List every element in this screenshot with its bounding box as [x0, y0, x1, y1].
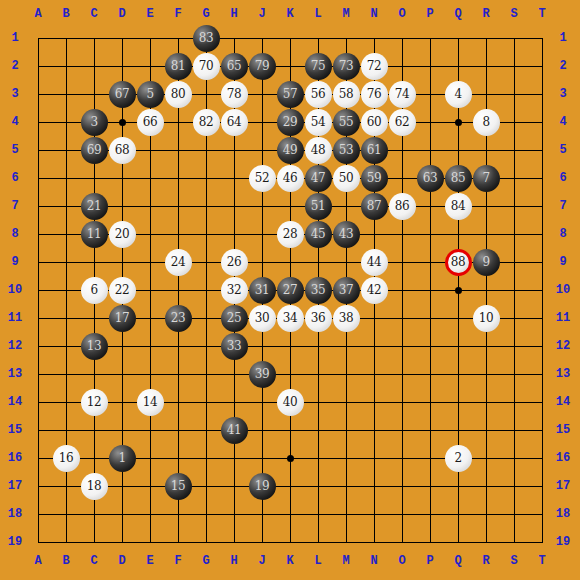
intersection-f11[interactable]: 23 [164, 304, 192, 332]
stone-white-g4-move-82[interactable]: 82 [193, 109, 220, 136]
intersection-o8[interactable] [388, 220, 416, 248]
intersection-p15[interactable] [416, 416, 444, 444]
stone-black-n5-move-61[interactable]: 61 [361, 137, 388, 164]
intersection-k3[interactable]: 57 [276, 80, 304, 108]
intersection-m14[interactable] [332, 388, 360, 416]
intersection-q8[interactable] [444, 220, 472, 248]
intersection-r15[interactable] [472, 416, 500, 444]
intersection-a18[interactable] [24, 500, 52, 528]
intersection-g5[interactable] [192, 136, 220, 164]
intersection-k4[interactable]: 29 [276, 108, 304, 136]
intersection-h10[interactable]: 32 [220, 276, 248, 304]
intersection-q6[interactable]: 85 [444, 164, 472, 192]
intersection-p1[interactable] [416, 24, 444, 52]
intersection-g10[interactable] [192, 276, 220, 304]
intersection-c7[interactable]: 21 [80, 192, 108, 220]
intersection-h4[interactable]: 64 [220, 108, 248, 136]
intersection-k15[interactable] [276, 416, 304, 444]
intersection-q4[interactable] [444, 108, 472, 136]
intersection-l6[interactable]: 47 [304, 164, 332, 192]
intersection-t18[interactable] [528, 500, 556, 528]
intersection-t19[interactable] [528, 528, 556, 556]
intersection-g14[interactable] [192, 388, 220, 416]
intersection-n15[interactable] [360, 416, 388, 444]
stone-black-l8-move-45[interactable]: 45 [305, 221, 332, 248]
intersection-e14[interactable]: 14 [136, 388, 164, 416]
intersection-a15[interactable] [24, 416, 52, 444]
intersection-d19[interactable] [108, 528, 136, 556]
intersection-b18[interactable] [52, 500, 80, 528]
stone-black-n7-move-87[interactable]: 87 [361, 193, 388, 220]
intersection-k6[interactable]: 46 [276, 164, 304, 192]
stone-black-j2-move-79[interactable]: 79 [249, 53, 276, 80]
intersection-c16[interactable] [80, 444, 108, 472]
intersection-o14[interactable] [388, 388, 416, 416]
stone-white-n10-move-42[interactable]: 42 [361, 277, 388, 304]
intersection-j19[interactable] [248, 528, 276, 556]
intersection-t3[interactable] [528, 80, 556, 108]
intersection-o16[interactable] [388, 444, 416, 472]
intersection-h8[interactable] [220, 220, 248, 248]
intersection-a1[interactable] [24, 24, 52, 52]
intersection-n12[interactable] [360, 332, 388, 360]
intersection-b12[interactable] [52, 332, 80, 360]
intersection-b14[interactable] [52, 388, 80, 416]
intersection-c18[interactable] [80, 500, 108, 528]
intersection-l2[interactable]: 75 [304, 52, 332, 80]
intersection-d13[interactable] [108, 360, 136, 388]
intersection-a7[interactable] [24, 192, 52, 220]
intersection-q17[interactable] [444, 472, 472, 500]
intersection-q9[interactable]: 88 [444, 248, 472, 276]
stone-white-j6-move-52[interactable]: 52 [249, 165, 276, 192]
stone-black-f11-move-23[interactable]: 23 [165, 305, 192, 332]
intersection-n16[interactable] [360, 444, 388, 472]
intersection-q12[interactable] [444, 332, 472, 360]
intersection-n13[interactable] [360, 360, 388, 388]
intersection-j2[interactable]: 79 [248, 52, 276, 80]
stone-black-c12-move-13[interactable]: 13 [81, 333, 108, 360]
stone-white-m3-move-58[interactable]: 58 [333, 81, 360, 108]
intersection-d8[interactable]: 20 [108, 220, 136, 248]
intersection-e9[interactable] [136, 248, 164, 276]
intersection-m17[interactable] [332, 472, 360, 500]
intersection-e18[interactable] [136, 500, 164, 528]
intersection-m15[interactable] [332, 416, 360, 444]
intersection-f18[interactable] [164, 500, 192, 528]
stone-white-g2-move-70[interactable]: 70 [193, 53, 220, 80]
stone-white-f9-move-24[interactable]: 24 [165, 249, 192, 276]
intersection-t10[interactable] [528, 276, 556, 304]
intersection-g3[interactable] [192, 80, 220, 108]
intersection-d18[interactable] [108, 500, 136, 528]
stone-white-d10-move-22[interactable]: 22 [109, 277, 136, 304]
intersection-s12[interactable] [500, 332, 528, 360]
intersection-q13[interactable] [444, 360, 472, 388]
stone-black-l2-move-75[interactable]: 75 [305, 53, 332, 80]
intersection-h11[interactable]: 25 [220, 304, 248, 332]
intersection-t12[interactable] [528, 332, 556, 360]
intersection-f3[interactable]: 80 [164, 80, 192, 108]
intersection-c4[interactable]: 3 [80, 108, 108, 136]
intersection-d2[interactable] [108, 52, 136, 80]
intersection-c13[interactable] [80, 360, 108, 388]
stone-white-q9-move-88[interactable]: 88 [445, 249, 472, 276]
intersection-l5[interactable]: 48 [304, 136, 332, 164]
intersection-a3[interactable] [24, 80, 52, 108]
intersection-f15[interactable] [164, 416, 192, 444]
stone-black-h2-move-65[interactable]: 65 [221, 53, 248, 80]
intersection-t1[interactable] [528, 24, 556, 52]
intersection-q16[interactable]: 2 [444, 444, 472, 472]
intersection-b16[interactable]: 16 [52, 444, 80, 472]
intersection-c11[interactable] [80, 304, 108, 332]
stone-white-o7-move-86[interactable]: 86 [389, 193, 416, 220]
intersection-b2[interactable] [52, 52, 80, 80]
intersection-r7[interactable] [472, 192, 500, 220]
intersection-r11[interactable]: 10 [472, 304, 500, 332]
intersection-e11[interactable] [136, 304, 164, 332]
intersection-d17[interactable] [108, 472, 136, 500]
intersection-e17[interactable] [136, 472, 164, 500]
intersection-h7[interactable] [220, 192, 248, 220]
intersection-b7[interactable] [52, 192, 80, 220]
stone-black-j13-move-39[interactable]: 39 [249, 361, 276, 388]
stone-white-h4-move-64[interactable]: 64 [221, 109, 248, 136]
stone-white-c17-move-18[interactable]: 18 [81, 473, 108, 500]
intersection-b17[interactable] [52, 472, 80, 500]
intersection-j15[interactable] [248, 416, 276, 444]
intersection-r13[interactable] [472, 360, 500, 388]
intersection-n8[interactable] [360, 220, 388, 248]
intersection-j12[interactable] [248, 332, 276, 360]
stone-black-k10-move-27[interactable]: 27 [277, 277, 304, 304]
intersection-g6[interactable] [192, 164, 220, 192]
intersection-d11[interactable]: 17 [108, 304, 136, 332]
stone-white-d8-move-20[interactable]: 20 [109, 221, 136, 248]
intersection-f9[interactable]: 24 [164, 248, 192, 276]
intersection-d6[interactable] [108, 164, 136, 192]
intersection-a9[interactable] [24, 248, 52, 276]
intersection-n3[interactable]: 76 [360, 80, 388, 108]
intersection-g13[interactable] [192, 360, 220, 388]
intersection-g19[interactable] [192, 528, 220, 556]
intersection-g2[interactable]: 70 [192, 52, 220, 80]
intersection-c1[interactable] [80, 24, 108, 52]
intersection-g18[interactable] [192, 500, 220, 528]
intersection-f6[interactable] [164, 164, 192, 192]
intersection-r9[interactable]: 9 [472, 248, 500, 276]
intersection-h19[interactable] [220, 528, 248, 556]
stone-white-k8-move-28[interactable]: 28 [277, 221, 304, 248]
stone-white-f3-move-80[interactable]: 80 [165, 81, 192, 108]
intersection-e1[interactable] [136, 24, 164, 52]
intersection-e6[interactable] [136, 164, 164, 192]
intersection-t8[interactable] [528, 220, 556, 248]
stone-white-o4-move-62[interactable]: 62 [389, 109, 416, 136]
intersection-p2[interactable] [416, 52, 444, 80]
stone-white-e4-move-66[interactable]: 66 [137, 109, 164, 136]
intersection-q1[interactable] [444, 24, 472, 52]
intersection-e5[interactable] [136, 136, 164, 164]
intersection-e16[interactable] [136, 444, 164, 472]
intersection-q10[interactable] [444, 276, 472, 304]
intersection-r18[interactable] [472, 500, 500, 528]
intersection-f14[interactable] [164, 388, 192, 416]
intersection-s17[interactable] [500, 472, 528, 500]
intersection-c12[interactable]: 13 [80, 332, 108, 360]
intersection-l4[interactable]: 54 [304, 108, 332, 136]
intersection-q19[interactable] [444, 528, 472, 556]
intersection-r4[interactable]: 8 [472, 108, 500, 136]
intersection-p12[interactable] [416, 332, 444, 360]
intersection-q15[interactable] [444, 416, 472, 444]
intersection-a6[interactable] [24, 164, 52, 192]
intersection-p9[interactable] [416, 248, 444, 276]
intersection-k17[interactable] [276, 472, 304, 500]
intersection-a19[interactable] [24, 528, 52, 556]
intersection-r2[interactable] [472, 52, 500, 80]
intersection-s3[interactable] [500, 80, 528, 108]
stone-white-r11-move-10[interactable]: 10 [473, 305, 500, 332]
stone-black-h15-move-41[interactable]: 41 [221, 417, 248, 444]
stone-black-k4-move-29[interactable]: 29 [277, 109, 304, 136]
intersection-e12[interactable] [136, 332, 164, 360]
intersection-c9[interactable] [80, 248, 108, 276]
intersection-e19[interactable] [136, 528, 164, 556]
intersection-o19[interactable] [388, 528, 416, 556]
intersection-s19[interactable] [500, 528, 528, 556]
stone-black-j10-move-31[interactable]: 31 [249, 277, 276, 304]
intersection-m11[interactable]: 38 [332, 304, 360, 332]
stone-black-c8-move-11[interactable]: 11 [81, 221, 108, 248]
intersection-s1[interactable] [500, 24, 528, 52]
intersection-g7[interactable] [192, 192, 220, 220]
intersection-e8[interactable] [136, 220, 164, 248]
intersection-j18[interactable] [248, 500, 276, 528]
intersection-a8[interactable] [24, 220, 52, 248]
intersection-h13[interactable] [220, 360, 248, 388]
intersection-b5[interactable] [52, 136, 80, 164]
intersection-a2[interactable] [24, 52, 52, 80]
intersection-j6[interactable]: 52 [248, 164, 276, 192]
intersection-q3[interactable]: 4 [444, 80, 472, 108]
intersection-r6[interactable]: 7 [472, 164, 500, 192]
intersection-n14[interactable] [360, 388, 388, 416]
intersection-h17[interactable] [220, 472, 248, 500]
intersection-c14[interactable]: 12 [80, 388, 108, 416]
stone-black-f2-move-81[interactable]: 81 [165, 53, 192, 80]
intersection-f4[interactable] [164, 108, 192, 136]
intersection-j7[interactable] [248, 192, 276, 220]
intersection-j5[interactable] [248, 136, 276, 164]
intersection-l13[interactable] [304, 360, 332, 388]
intersection-c3[interactable] [80, 80, 108, 108]
intersection-k14[interactable]: 40 [276, 388, 304, 416]
intersection-d1[interactable] [108, 24, 136, 52]
intersection-o2[interactable] [388, 52, 416, 80]
intersection-h12[interactable]: 33 [220, 332, 248, 360]
intersection-n11[interactable] [360, 304, 388, 332]
intersection-l16[interactable] [304, 444, 332, 472]
intersection-l12[interactable] [304, 332, 332, 360]
intersection-t13[interactable] [528, 360, 556, 388]
intersection-s15[interactable] [500, 416, 528, 444]
intersection-c17[interactable]: 18 [80, 472, 108, 500]
intersection-d3[interactable]: 67 [108, 80, 136, 108]
intersection-n18[interactable] [360, 500, 388, 528]
stone-black-d11-move-17[interactable]: 17 [109, 305, 136, 332]
intersection-p19[interactable] [416, 528, 444, 556]
intersection-l11[interactable]: 36 [304, 304, 332, 332]
intersection-f17[interactable]: 15 [164, 472, 192, 500]
intersection-l8[interactable]: 45 [304, 220, 332, 248]
intersection-c8[interactable]: 11 [80, 220, 108, 248]
intersection-a5[interactable] [24, 136, 52, 164]
intersection-q14[interactable] [444, 388, 472, 416]
intersection-l10[interactable]: 35 [304, 276, 332, 304]
intersection-f7[interactable] [164, 192, 192, 220]
intersection-t17[interactable] [528, 472, 556, 500]
intersection-m16[interactable] [332, 444, 360, 472]
stone-white-n4-move-60[interactable]: 60 [361, 109, 388, 136]
intersection-m5[interactable]: 53 [332, 136, 360, 164]
intersection-r10[interactable] [472, 276, 500, 304]
intersection-p4[interactable] [416, 108, 444, 136]
intersection-a12[interactable] [24, 332, 52, 360]
intersection-t16[interactable] [528, 444, 556, 472]
stone-black-n6-move-59[interactable]: 59 [361, 165, 388, 192]
intersection-b10[interactable] [52, 276, 80, 304]
intersection-a16[interactable] [24, 444, 52, 472]
stone-black-l10-move-35[interactable]: 35 [305, 277, 332, 304]
stone-black-m10-move-37[interactable]: 37 [333, 277, 360, 304]
intersection-q5[interactable] [444, 136, 472, 164]
intersection-c6[interactable] [80, 164, 108, 192]
intersection-e13[interactable] [136, 360, 164, 388]
intersection-d12[interactable] [108, 332, 136, 360]
stone-white-k6-move-46[interactable]: 46 [277, 165, 304, 192]
intersection-a14[interactable] [24, 388, 52, 416]
intersection-n2[interactable]: 72 [360, 52, 388, 80]
intersection-b3[interactable] [52, 80, 80, 108]
intersection-p14[interactable] [416, 388, 444, 416]
intersection-b15[interactable] [52, 416, 80, 444]
stone-white-c14-move-12[interactable]: 12 [81, 389, 108, 416]
intersection-h2[interactable]: 65 [220, 52, 248, 80]
intersection-l1[interactable] [304, 24, 332, 52]
stone-black-e3-move-5[interactable]: 5 [137, 81, 164, 108]
stone-black-l7-move-51[interactable]: 51 [305, 193, 332, 220]
intersection-e7[interactable] [136, 192, 164, 220]
intersection-l14[interactable] [304, 388, 332, 416]
intersection-h3[interactable]: 78 [220, 80, 248, 108]
intersection-t9[interactable] [528, 248, 556, 276]
intersection-r14[interactable] [472, 388, 500, 416]
intersection-n4[interactable]: 60 [360, 108, 388, 136]
stone-black-p6-move-63[interactable]: 63 [417, 165, 444, 192]
intersection-e2[interactable] [136, 52, 164, 80]
intersection-k16[interactable] [276, 444, 304, 472]
stone-black-c5-move-69[interactable]: 69 [81, 137, 108, 164]
intersection-j8[interactable] [248, 220, 276, 248]
stone-white-k11-move-34[interactable]: 34 [277, 305, 304, 332]
intersection-o4[interactable]: 62 [388, 108, 416, 136]
intersection-f2[interactable]: 81 [164, 52, 192, 80]
intersection-p10[interactable] [416, 276, 444, 304]
intersection-a4[interactable] [24, 108, 52, 136]
stone-black-m4-move-55[interactable]: 55 [333, 109, 360, 136]
intersection-g8[interactable] [192, 220, 220, 248]
intersection-c10[interactable]: 6 [80, 276, 108, 304]
intersection-o10[interactable] [388, 276, 416, 304]
intersection-j10[interactable]: 31 [248, 276, 276, 304]
intersection-r16[interactable] [472, 444, 500, 472]
intersection-m19[interactable] [332, 528, 360, 556]
intersection-l17[interactable] [304, 472, 332, 500]
intersection-m9[interactable] [332, 248, 360, 276]
intersection-o3[interactable]: 74 [388, 80, 416, 108]
intersection-m2[interactable]: 73 [332, 52, 360, 80]
stone-white-l5-move-48[interactable]: 48 [305, 137, 332, 164]
intersection-o5[interactable] [388, 136, 416, 164]
stone-white-m6-move-50[interactable]: 50 [333, 165, 360, 192]
intersection-s8[interactable] [500, 220, 528, 248]
intersection-k5[interactable]: 49 [276, 136, 304, 164]
intersection-c2[interactable] [80, 52, 108, 80]
intersection-f10[interactable] [164, 276, 192, 304]
stone-black-m8-move-43[interactable]: 43 [333, 221, 360, 248]
stone-white-l4-move-54[interactable]: 54 [305, 109, 332, 136]
intersection-f1[interactable] [164, 24, 192, 52]
stone-white-b16-move-16[interactable]: 16 [53, 445, 80, 472]
intersection-s7[interactable] [500, 192, 528, 220]
intersection-s13[interactable] [500, 360, 528, 388]
stone-black-r9-move-9[interactable]: 9 [473, 249, 500, 276]
intersection-m3[interactable]: 58 [332, 80, 360, 108]
intersection-l7[interactable]: 51 [304, 192, 332, 220]
intersection-j16[interactable] [248, 444, 276, 472]
intersection-h1[interactable] [220, 24, 248, 52]
intersection-m6[interactable]: 50 [332, 164, 360, 192]
intersection-k7[interactable] [276, 192, 304, 220]
intersection-k8[interactable]: 28 [276, 220, 304, 248]
intersection-a13[interactable] [24, 360, 52, 388]
intersection-b19[interactable] [52, 528, 80, 556]
intersection-p5[interactable] [416, 136, 444, 164]
stone-white-o3-move-74[interactable]: 74 [389, 81, 416, 108]
stone-white-q3-move-4[interactable]: 4 [445, 81, 472, 108]
intersection-t5[interactable] [528, 136, 556, 164]
intersection-c5[interactable]: 69 [80, 136, 108, 164]
intersection-b6[interactable] [52, 164, 80, 192]
intersection-f19[interactable] [164, 528, 192, 556]
intersection-l19[interactable] [304, 528, 332, 556]
intersection-d16[interactable]: 1 [108, 444, 136, 472]
intersection-h6[interactable] [220, 164, 248, 192]
stone-white-h9-move-26[interactable]: 26 [221, 249, 248, 276]
intersection-k1[interactable] [276, 24, 304, 52]
intersection-h16[interactable] [220, 444, 248, 472]
intersection-p7[interactable] [416, 192, 444, 220]
intersection-d14[interactable] [108, 388, 136, 416]
intersection-b9[interactable] [52, 248, 80, 276]
stone-white-j11-move-30[interactable]: 30 [249, 305, 276, 332]
intersection-f8[interactable] [164, 220, 192, 248]
intersection-c19[interactable] [80, 528, 108, 556]
intersection-h18[interactable] [220, 500, 248, 528]
stone-white-q16-move-2[interactable]: 2 [445, 445, 472, 472]
